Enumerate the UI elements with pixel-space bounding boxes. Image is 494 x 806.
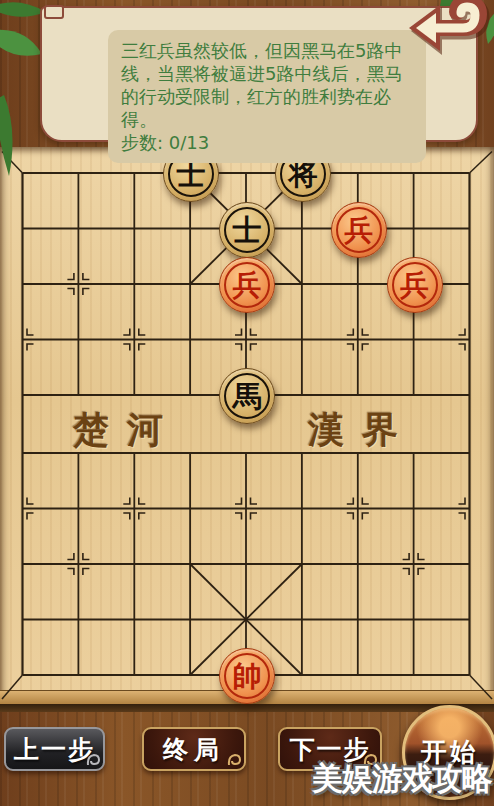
xiangqi-puzzle-screen: 楚河 漢界 士将士兵兵兵馬帥 三红兵虽然较低，但因黑马在5路中线，当黑将被逼进5… [0,0,494,806]
spiral-ornament-icon [86,753,100,767]
piece-glyph: 士 [233,203,262,257]
piece-red-general[interactable]: 帥 [219,648,275,704]
prev-step-button[interactable]: 上一步 [4,727,105,771]
hint-text-box: 三红兵虽然较低，但因黑马在5路中线，当黑将被逼进5路中线后，黑马的行动受限制，红… [108,30,426,163]
piece-glyph: 兵 [344,203,373,257]
piece-glyph: 帥 [233,649,262,703]
piece-black-horse[interactable]: 馬 [219,368,275,424]
spiral-ornament-icon [227,753,241,767]
hint-text: 三红兵虽然较低，但因黑马在5路中线，当黑将被逼进5路中线后，黑马的行动受限制，红… [121,40,402,130]
steps-counter: 步数: 0/13 [121,132,209,153]
prev-step-label: 上一步 [14,733,95,766]
panel-notch [44,5,64,19]
endgame-label: 终局 [163,733,225,766]
piece-glyph: 馬 [233,369,262,423]
piece-red-soldier[interactable]: 兵 [387,257,443,313]
endgame-button[interactable]: 终局 [142,727,246,771]
piece-black-advisor[interactable]: 士 [219,202,275,258]
piece-glyph: 兵 [233,258,262,312]
piece-red-soldier[interactable]: 兵 [219,257,275,313]
piece-glyph: 兵 [400,258,429,312]
piece-red-soldier[interactable]: 兵 [331,202,387,258]
watermark: 美娱游戏攻略 [312,758,492,800]
back-arrow-icon[interactable] [405,0,494,60]
